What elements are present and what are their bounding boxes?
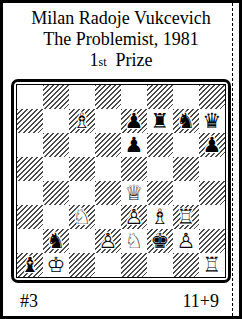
board-squares: ♝♗♟♜♞♛♟♟♛♕♞♘♟♙♝♗♜♖♞♟♙♞♘♚♟♙♝♚♔♜♖ [17, 85, 225, 277]
square-h5 [199, 157, 225, 181]
square-f8 [147, 85, 173, 109]
square-a8 [17, 85, 43, 109]
white-pawn-e3-icon: ♟♙ [121, 205, 147, 229]
prize-ordinal: st [99, 55, 107, 69]
square-e3: ♟♙ [121, 205, 147, 229]
square-g4 [173, 181, 199, 205]
square-h1: ♜♖ [199, 253, 225, 277]
white-pawn-g2-icon: ♟♙ [173, 229, 199, 253]
square-h8 [199, 85, 225, 109]
square-e7: ♟ [121, 109, 147, 133]
black-rook-f7-icon: ♜ [147, 109, 173, 133]
square-f5 [147, 157, 173, 181]
piece-fill-layer: ♚ [147, 229, 173, 253]
black-queen-h7-icon: ♛ [199, 109, 225, 133]
white-rook-h1-icon: ♜♖ [199, 253, 225, 277]
square-g3: ♜♖ [173, 205, 199, 229]
piece-fill-layer: ♛ [199, 109, 225, 133]
chess-board: ♝♗♟♜♞♛♟♟♛♕♞♘♟♙♝♗♜♖♞♟♙♞♘♚♟♙♝♚♔♜♖ [11, 79, 231, 283]
prize-line: 1stPrize [3, 50, 239, 73]
square-b4 [43, 181, 69, 205]
diagram-footer: #3 11+9 [3, 290, 239, 312]
square-d1 [95, 253, 121, 277]
prize-number: 1 [90, 50, 99, 70]
black-pawn-e7-icon: ♟ [121, 109, 147, 133]
square-a1: ♝ [17, 253, 43, 277]
black-pawn-e6-icon: ♟ [121, 133, 147, 157]
square-c5 [69, 157, 95, 181]
square-f3: ♝♗ [147, 205, 173, 229]
square-f2: ♚ [147, 229, 173, 253]
square-a7 [17, 109, 43, 133]
piece-count-label: 11+9 [183, 290, 219, 312]
white-pawn-d2-icon: ♟♙ [95, 229, 121, 253]
prize-word: Prize [116, 50, 153, 70]
square-e8 [121, 85, 147, 109]
piece-outline-layer: ♗ [69, 109, 95, 133]
square-a6 [17, 133, 43, 157]
piece-fill-layer: ♞ [173, 109, 199, 133]
diagram-header: Milan Radoje Vukcevich The Problemist, 1… [3, 3, 239, 73]
square-c8 [69, 85, 95, 109]
square-b5 [43, 157, 69, 181]
square-e1 [121, 253, 147, 277]
square-d5 [95, 157, 121, 181]
square-f1 [147, 253, 173, 277]
board-inner-frame: ♝♗♟♜♞♛♟♟♛♕♞♘♟♙♝♗♜♖♞♟♙♞♘♚♟♙♝♚♔♜♖ [16, 84, 226, 278]
square-e4: ♛♕ [121, 181, 147, 205]
square-c2 [69, 229, 95, 253]
white-bishop-f3-icon: ♝♗ [147, 205, 173, 229]
square-h7: ♛ [199, 109, 225, 133]
square-a3 [17, 205, 43, 229]
white-knight-e2-icon: ♞♘ [121, 229, 147, 253]
piece-fill-layer: ♞ [43, 229, 69, 253]
square-g7: ♞ [173, 109, 199, 133]
square-g6 [173, 133, 199, 157]
piece-outline-layer: ♘ [69, 205, 95, 229]
white-knight-c3-icon: ♞♘ [69, 205, 95, 229]
square-h2 [199, 229, 225, 253]
black-king-f2-icon: ♚ [147, 229, 173, 253]
piece-outline-layer: ♘ [121, 229, 147, 253]
black-bishop-a1-icon: ♝ [17, 253, 43, 277]
square-b6 [43, 133, 69, 157]
piece-outline-layer: ♙ [173, 229, 199, 253]
dashed-cut-line [232, 3, 233, 316]
square-a5 [17, 157, 43, 181]
piece-outline-layer: ♗ [147, 205, 173, 229]
square-c3: ♞♘ [69, 205, 95, 229]
stipulation-label: #3 [20, 290, 38, 312]
black-pawn-h6-icon: ♟ [199, 133, 225, 157]
square-d2: ♟♙ [95, 229, 121, 253]
square-a2 [17, 229, 43, 253]
white-king-b1-icon: ♚♔ [43, 253, 69, 277]
piece-outline-layer: ♔ [43, 253, 69, 277]
piece-fill-layer: ♝ [17, 253, 43, 277]
square-a4 [17, 181, 43, 205]
square-e6: ♟ [121, 133, 147, 157]
square-b7 [43, 109, 69, 133]
square-b1: ♚♔ [43, 253, 69, 277]
piece-outline-layer: ♙ [95, 229, 121, 253]
square-c6 [69, 133, 95, 157]
square-b3 [43, 205, 69, 229]
source-line: The Problemist, 1981 [3, 29, 239, 50]
white-queen-e4-icon: ♛♕ [121, 181, 147, 205]
square-h4 [199, 181, 225, 205]
square-g5 [173, 157, 199, 181]
piece-fill-layer: ♟ [121, 133, 147, 157]
composer-name: Milan Radoje Vukcevich [3, 8, 239, 29]
square-f4 [147, 181, 173, 205]
piece-fill-layer: ♟ [199, 133, 225, 157]
page-frame: Milan Radoje Vukcevich The Problemist, 1… [0, 0, 242, 319]
black-knight-g7-icon: ♞ [173, 109, 199, 133]
square-c1 [69, 253, 95, 277]
piece-fill-layer: ♟ [121, 109, 147, 133]
square-d7 [95, 109, 121, 133]
square-c7: ♝♗ [69, 109, 95, 133]
square-d3 [95, 205, 121, 229]
piece-outline-layer: ♕ [121, 181, 147, 205]
square-g8 [173, 85, 199, 109]
white-rook-g3-icon: ♜♖ [173, 205, 199, 229]
square-d8 [95, 85, 121, 109]
square-g2: ♟♙ [173, 229, 199, 253]
square-b8 [43, 85, 69, 109]
square-b2: ♞ [43, 229, 69, 253]
square-f6 [147, 133, 173, 157]
piece-outline-layer: ♖ [173, 205, 199, 229]
square-e2: ♞♘ [121, 229, 147, 253]
piece-outline-layer: ♙ [121, 205, 147, 229]
square-d4 [95, 181, 121, 205]
piece-outline-layer: ♖ [199, 253, 225, 277]
square-c4 [69, 181, 95, 205]
square-f7: ♜ [147, 109, 173, 133]
piece-fill-layer: ♜ [147, 109, 173, 133]
square-h6: ♟ [199, 133, 225, 157]
white-bishop-c7-icon: ♝♗ [69, 109, 95, 133]
square-d6 [95, 133, 121, 157]
black-knight-b2-icon: ♞ [43, 229, 69, 253]
square-g1 [173, 253, 199, 277]
square-e5 [121, 157, 147, 181]
square-h3 [199, 205, 225, 229]
